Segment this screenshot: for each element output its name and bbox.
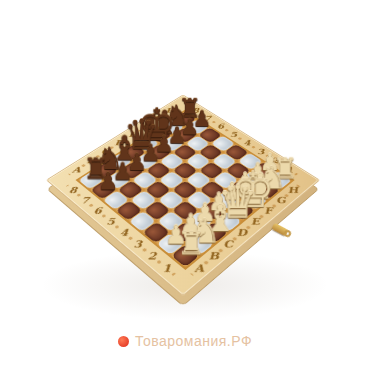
- rank-label-4: 4: [113, 225, 135, 241]
- rank-label-2: 2: [141, 248, 163, 265]
- watermark-text: Товаромания.РФ: [135, 333, 252, 349]
- rank-label-5: 5: [100, 214, 122, 230]
- white-rook-a1[interactable]: ♜: [174, 229, 208, 260]
- file-label-h: H: [162, 105, 179, 116]
- rank-label-6: 6: [87, 203, 109, 218]
- watermark: Товаромания.РФ: [0, 333, 370, 349]
- rank-label-7: 7: [74, 193, 96, 208]
- rank-label-1: 1: [156, 260, 178, 278]
- brass-clasp: [271, 223, 288, 237]
- rank-label-8: 8: [62, 183, 84, 197]
- rank-label-3: 3: [127, 236, 149, 253]
- watermark-red-circle-icon: [118, 336, 129, 347]
- chessboard: ♜♞♝♛♚♝♞♜♟♟♟♟♟♟♟♟♟♟♟♟♟♟♟♟♜♞♝♛♚♝♞♜: [76, 110, 295, 270]
- black-pawn-a7[interactable]: ♟: [93, 170, 124, 193]
- square-c5[interactable]: [145, 181, 171, 200]
